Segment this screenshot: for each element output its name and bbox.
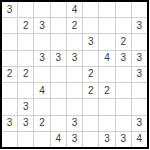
empty-cell-r8c7[interactable] [99,116,114,131]
empty-cell-r1c7[interactable] [99,2,114,17]
clue-cell-r5c1: 2 [2,67,17,82]
empty-cell-r5c4[interactable] [51,67,66,82]
empty-cell-r2c4[interactable] [51,18,66,33]
empty-cell-r1c2[interactable] [18,2,33,17]
empty-cell-r9c6[interactable] [83,132,98,147]
clue-cell-r6c3: 4 [34,83,49,98]
clue-cell-r9c4: 4 [51,132,66,147]
empty-cell-r3c7[interactable] [99,34,114,49]
empty-cell-r8c6[interactable] [83,116,98,131]
clue-cell-r9c8: 3 [116,132,131,147]
clue-cell-r4c5: 3 [67,51,82,66]
empty-cell-r7c5[interactable] [67,99,82,114]
empty-cell-r3c9[interactable] [132,34,147,49]
clue-cell-r2c2: 2 [18,18,33,33]
empty-cell-r6c1[interactable] [2,83,17,98]
clue-cell-r6c7: 2 [99,83,114,98]
clue-cell-r2c5: 2 [67,18,82,33]
empty-cell-r1c9[interactable] [132,2,147,17]
clue-cell-r2c9: 3 [132,18,147,33]
empty-cell-r8c4[interactable] [51,116,66,131]
empty-cell-r2c1[interactable] [2,18,17,33]
clue-cell-r8c9: 3 [132,116,147,131]
empty-cell-r3c4[interactable] [51,34,66,49]
clue-cell-r1c5: 4 [67,2,82,17]
empty-cell-r4c1[interactable] [2,51,17,66]
clue-cell-r5c6: 2 [83,67,98,82]
empty-cell-r2c8[interactable] [116,18,131,33]
empty-cell-r2c7[interactable] [99,18,114,33]
empty-cell-r7c7[interactable] [99,99,114,114]
empty-cell-r1c4[interactable] [51,2,66,17]
empty-cell-r7c9[interactable] [132,99,147,114]
empty-cell-r7c1[interactable] [2,99,17,114]
clue-cell-r9c9: 4 [132,132,147,147]
clue-cell-r7c2: 3 [18,99,33,114]
empty-cell-r7c8[interactable] [116,99,131,114]
empty-cell-r5c7[interactable] [99,67,114,82]
clue-cell-r4c3: 3 [34,51,49,66]
clue-cell-r9c7: 3 [99,132,114,147]
empty-cell-r5c8[interactable] [116,67,131,82]
clue-cell-r5c9: 3 [132,67,147,82]
empty-cell-r3c2[interactable] [18,34,33,49]
empty-cell-r6c2[interactable] [18,83,33,98]
empty-cell-r3c5[interactable] [67,34,82,49]
empty-cell-r7c4[interactable] [51,99,66,114]
empty-cell-r7c6[interactable] [83,99,98,114]
empty-cell-r6c5[interactable] [67,83,82,98]
clue-cell-r8c1: 3 [2,116,17,131]
clue-cell-r8c2: 3 [18,116,33,131]
empty-cell-r9c3[interactable] [34,132,49,147]
empty-cell-r4c6[interactable] [83,51,98,66]
clue-cell-r3c8: 2 [116,34,131,49]
clue-cell-r1c1: 3 [2,2,17,17]
empty-cell-r2c6[interactable] [83,18,98,33]
empty-cell-r8c8[interactable] [116,116,131,131]
empty-cell-r9c2[interactable] [18,132,33,147]
empty-cell-r1c6[interactable] [83,2,98,17]
clue-cell-r4c8: 3 [116,51,131,66]
empty-cell-r3c1[interactable] [2,34,17,49]
clue-cell-r4c4: 3 [51,51,66,66]
empty-cell-r7c3[interactable] [34,99,49,114]
empty-cell-r5c5[interactable] [67,67,82,82]
clue-cell-r3c6: 3 [83,34,98,49]
clue-cell-r5c2: 2 [18,67,33,82]
empty-cell-r6c9[interactable] [132,83,147,98]
empty-cell-r1c3[interactable] [34,2,49,17]
empty-cell-r4c2[interactable] [18,51,33,66]
clue-cell-r8c5: 3 [67,116,82,131]
clue-cell-r9c5: 3 [67,132,82,147]
empty-cell-r5c3[interactable] [34,67,49,82]
clue-cell-r4c9: 3 [132,51,147,66]
clue-cell-r6c6: 2 [83,83,98,98]
clue-cell-r4c7: 4 [99,51,114,66]
empty-cell-r6c8[interactable] [116,83,131,98]
puzzle-board: 34232332333433222342233323343334 [0,0,149,149]
empty-cell-r3c3[interactable] [34,34,49,49]
empty-cell-r6c4[interactable] [51,83,66,98]
clue-cell-r2c3: 3 [34,18,49,33]
empty-cell-r9c1[interactable] [2,132,17,147]
clue-cell-r8c3: 2 [34,116,49,131]
empty-cell-r1c8[interactable] [116,2,131,17]
